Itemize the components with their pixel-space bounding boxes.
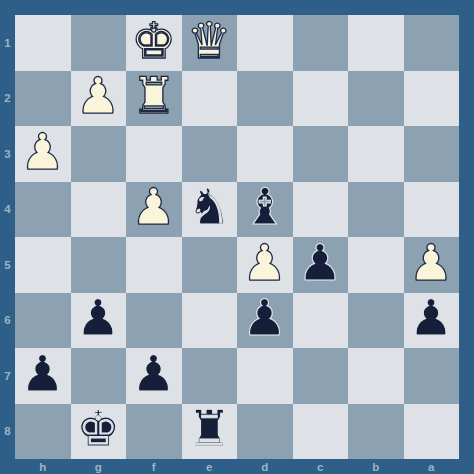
square-e7[interactable] [182, 348, 238, 404]
black-pawn[interactable]: ♟ [76, 293, 121, 343]
square-f7[interactable]: ♟ [126, 348, 182, 404]
white-pawn[interactable]: ♟ [20, 127, 65, 177]
square-a6[interactable]: ♟ [404, 293, 460, 349]
square-g3[interactable] [71, 126, 127, 182]
square-e3[interactable] [182, 126, 238, 182]
square-b1[interactable] [348, 15, 404, 71]
file-label-h: h [15, 459, 71, 474]
file-label-d: d [237, 459, 293, 474]
square-b4[interactable] [348, 182, 404, 238]
square-c3[interactable] [293, 126, 349, 182]
chess-board: ♚♛♟♜♟♟♞♝♟♟♟♟♟♟♟♟♚♜ [15, 15, 459, 459]
square-g8[interactable]: ♚ [71, 404, 127, 460]
rank-label-1: 1 [0, 15, 15, 71]
square-d5[interactable]: ♟ [237, 237, 293, 293]
square-d8[interactable] [237, 404, 293, 460]
square-c5[interactable]: ♟ [293, 237, 349, 293]
black-knight[interactable]: ♞ [187, 182, 232, 232]
square-d3[interactable] [237, 126, 293, 182]
square-g4[interactable] [71, 182, 127, 238]
white-pawn[interactable]: ♟ [76, 71, 121, 121]
square-c8[interactable] [293, 404, 349, 460]
square-a8[interactable] [404, 404, 460, 460]
black-pawn[interactable]: ♟ [20, 349, 65, 399]
square-h7[interactable]: ♟ [15, 348, 71, 404]
square-a3[interactable] [404, 126, 460, 182]
square-e4[interactable]: ♞ [182, 182, 238, 238]
square-g2[interactable]: ♟ [71, 71, 127, 127]
rank-label-5: 5 [0, 237, 15, 293]
square-d1[interactable] [237, 15, 293, 71]
white-pawn[interactable]: ♟ [242, 238, 287, 288]
square-g7[interactable] [71, 348, 127, 404]
square-e1[interactable]: ♛ [182, 15, 238, 71]
square-h5[interactable] [15, 237, 71, 293]
square-e5[interactable] [182, 237, 238, 293]
square-b3[interactable] [348, 126, 404, 182]
square-e2[interactable] [182, 71, 238, 127]
square-a2[interactable] [404, 71, 460, 127]
square-b5[interactable] [348, 237, 404, 293]
square-f6[interactable] [126, 293, 182, 349]
square-f8[interactable] [126, 404, 182, 460]
file-label-a: a [404, 459, 460, 474]
square-h3[interactable]: ♟ [15, 126, 71, 182]
square-b2[interactable] [348, 71, 404, 127]
square-g5[interactable] [71, 237, 127, 293]
square-f1[interactable]: ♚ [126, 15, 182, 71]
rank-label-2: 2 [0, 71, 15, 127]
rank-label-4: 4 [0, 182, 15, 238]
file-label-g: g [71, 459, 127, 474]
square-h2[interactable] [15, 71, 71, 127]
square-d7[interactable] [237, 348, 293, 404]
black-rook[interactable]: ♜ [187, 404, 232, 454]
square-c4[interactable] [293, 182, 349, 238]
square-b6[interactable] [348, 293, 404, 349]
black-pawn[interactable]: ♟ [131, 349, 176, 399]
rank-label-6: 6 [0, 293, 15, 349]
square-c7[interactable] [293, 348, 349, 404]
file-label-c: c [293, 459, 349, 474]
black-pawn[interactable]: ♟ [298, 238, 343, 288]
square-h6[interactable] [15, 293, 71, 349]
rank-label-7: 7 [0, 348, 15, 404]
square-f3[interactable] [126, 126, 182, 182]
square-c1[interactable] [293, 15, 349, 71]
square-c6[interactable] [293, 293, 349, 349]
square-g6[interactable]: ♟ [71, 293, 127, 349]
black-king[interactable]: ♚ [76, 404, 121, 454]
square-b8[interactable] [348, 404, 404, 460]
file-label-b: b [348, 459, 404, 474]
square-e6[interactable] [182, 293, 238, 349]
black-bishop[interactable]: ♝ [242, 182, 287, 232]
white-queen[interactable]: ♛ [187, 16, 232, 66]
rank-label-3: 3 [0, 126, 15, 182]
square-c2[interactable] [293, 71, 349, 127]
white-pawn[interactable]: ♟ [131, 182, 176, 232]
square-b7[interactable] [348, 348, 404, 404]
square-f5[interactable] [126, 237, 182, 293]
square-a7[interactable] [404, 348, 460, 404]
white-pawn[interactable]: ♟ [409, 238, 454, 288]
square-d4[interactable]: ♝ [237, 182, 293, 238]
square-f4[interactable]: ♟ [126, 182, 182, 238]
square-a4[interactable] [404, 182, 460, 238]
square-g1[interactable] [71, 15, 127, 71]
square-d6[interactable]: ♟ [237, 293, 293, 349]
square-f2[interactable]: ♜ [126, 71, 182, 127]
square-h1[interactable] [15, 15, 71, 71]
file-label-e: e [182, 459, 238, 474]
square-d2[interactable] [237, 71, 293, 127]
black-pawn[interactable]: ♟ [409, 293, 454, 343]
square-h4[interactable] [15, 182, 71, 238]
square-h8[interactable] [15, 404, 71, 460]
chess-board-frame: ♚♛♟♜♟♟♞♝♟♟♟♟♟♟♟♟♚♜ 12345678 hgfedcba [0, 0, 474, 474]
file-label-f: f [126, 459, 182, 474]
black-pawn[interactable]: ♟ [242, 293, 287, 343]
square-e8[interactable]: ♜ [182, 404, 238, 460]
square-a1[interactable] [404, 15, 460, 71]
white-rook[interactable]: ♜ [131, 71, 176, 121]
rank-label-8: 8 [0, 404, 15, 460]
square-a5[interactable]: ♟ [404, 237, 460, 293]
white-king[interactable]: ♚ [131, 16, 176, 66]
